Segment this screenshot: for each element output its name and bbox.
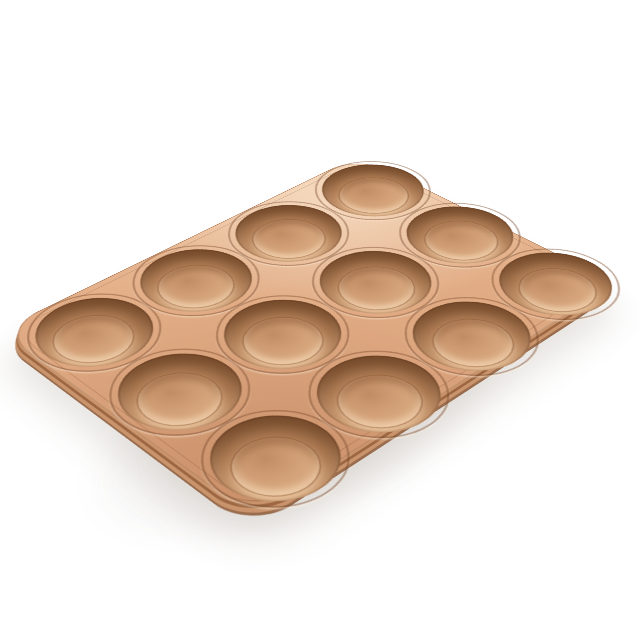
cup-bottom-disc xyxy=(321,365,438,438)
cup-bottom-disc xyxy=(326,171,422,220)
cup-bottom-disc xyxy=(239,212,340,266)
cup-bottom-disc xyxy=(417,310,528,376)
cup-bottom-disc xyxy=(324,259,430,319)
cup-bottom-disc xyxy=(214,426,338,508)
cup-bottom-disc xyxy=(504,261,610,321)
cup-bottom-disc xyxy=(228,309,339,375)
cup-bottom-disc xyxy=(411,214,512,268)
product-photo xyxy=(0,0,640,640)
